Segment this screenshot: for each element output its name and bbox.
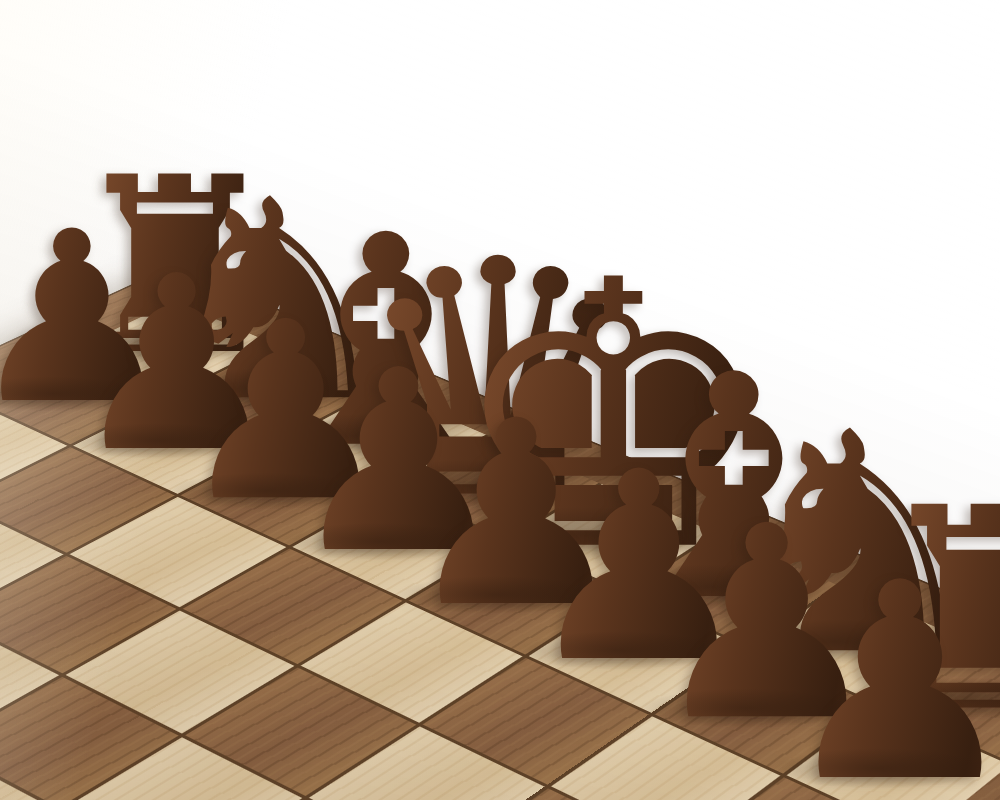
- chess-board: [0, 265, 1000, 800]
- page: { "game": "chess", "scene": { "type": "p…: [0, 0, 1000, 800]
- product-photo-scene: ♜♞♝♛♚♝♞♜♟♟♟♟♟♟♟♟: [0, 0, 1000, 800]
- board-grid: [0, 301, 1000, 800]
